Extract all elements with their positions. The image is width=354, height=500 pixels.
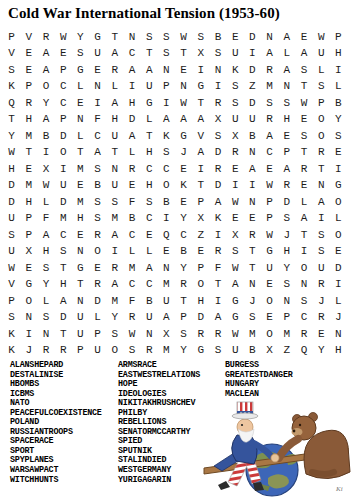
puzzle-title: Cold War International Tension (1953-60) (8, 5, 280, 22)
grid-cell: J (175, 145, 192, 162)
grid-cell: S (295, 128, 312, 145)
grid-cell: I (192, 161, 209, 178)
grid-cell: A (261, 46, 278, 63)
grid-cell: X (227, 227, 244, 244)
grid-cell: L (106, 79, 123, 96)
grid-cell: H (20, 112, 37, 129)
grid-cell: C (261, 145, 278, 162)
grid-cell: N (175, 79, 192, 96)
grid-cell: U (89, 46, 106, 63)
grid-cell: N (89, 79, 106, 96)
grid-cell: P (20, 227, 37, 244)
grid-cell: S (158, 29, 175, 46)
grid-cell: P (3, 293, 20, 310)
grid-cell: R (209, 244, 226, 261)
grid-cell: A (106, 227, 123, 244)
grid-cell: R (295, 326, 312, 343)
grid-cell: L (141, 112, 158, 129)
grid-cell: I (330, 277, 347, 294)
grid-cell: R (295, 161, 312, 178)
grid-cell: B (123, 211, 140, 228)
grid-cell: T (244, 260, 261, 277)
grid-cell: P (89, 326, 106, 343)
grid-cell: E (20, 161, 37, 178)
grid-cell: B (330, 95, 347, 112)
grid-cell: E (295, 112, 312, 129)
grid-cell: S (330, 128, 347, 145)
grid-cell: B (158, 194, 175, 211)
grid-cell: T (141, 46, 158, 63)
grid-cell: C (123, 227, 140, 244)
grid-cell: O (192, 277, 209, 294)
grid-cell: A (106, 46, 123, 63)
grid-cell: R (261, 62, 278, 79)
grid-cell: A (123, 62, 140, 79)
grid-cell: A (278, 62, 295, 79)
grid-cell: Z (192, 227, 209, 244)
grid-cell: N (72, 244, 89, 261)
grid-cell: E (175, 62, 192, 79)
grid-cell: C (55, 95, 72, 112)
word-search-page: Cold War International Tension (1953-60)… (0, 0, 354, 500)
grid-cell: A (295, 211, 312, 228)
grid-cell: E (313, 326, 330, 343)
grid-cell: I (209, 227, 226, 244)
grid-cell: F (89, 112, 106, 129)
grid-cell: V (3, 46, 20, 63)
grid-cell: S (278, 95, 295, 112)
grid-cell: I (295, 244, 312, 261)
grid-cell: H (3, 161, 20, 178)
grid-cell: C (89, 128, 106, 145)
grid-cell: A (158, 310, 175, 327)
grid-cell: P (192, 260, 209, 277)
grid-cell: M (20, 178, 37, 195)
grid-cell: L (37, 293, 54, 310)
grid-cell: S (3, 62, 20, 79)
grid-cell: S (141, 29, 158, 46)
grid-cell: H (141, 145, 158, 162)
grid-cell: S (141, 194, 158, 211)
grid-cell: N (20, 310, 37, 327)
grid-cell: Q (295, 343, 312, 360)
grid-cell: R (55, 343, 72, 360)
grid-cell: L (123, 145, 140, 162)
grid-cell: A (106, 95, 123, 112)
grid-cell: S (295, 62, 312, 79)
grid-cell: O (313, 128, 330, 145)
grid-cell: A (141, 260, 158, 277)
grid-cell: T (106, 29, 123, 46)
grid-cell: U (141, 79, 158, 96)
grid-cell: R (37, 29, 54, 46)
grid-cell: D (55, 128, 72, 145)
grid-cell: T (175, 293, 192, 310)
grid-cell: E (278, 128, 295, 145)
grid-cell: O (37, 79, 54, 96)
grid-cell: A (106, 277, 123, 294)
grid-cell: E (227, 29, 244, 46)
grid-cell: A (37, 227, 54, 244)
word-search-grid: PVRWYGTNSSWSBEDNAEWPVEAESUACTSTXSUIALAUH… (3, 29, 347, 359)
grid-cell: P (313, 95, 330, 112)
grid-cell: K (209, 211, 226, 228)
grid-cell: E (141, 227, 158, 244)
grid-cell: S (89, 211, 106, 228)
grid-cell: T (313, 161, 330, 178)
grid-cell: U (227, 343, 244, 360)
grid-cell: S (313, 227, 330, 244)
grid-cell: S (227, 95, 244, 112)
grid-cell: Y (175, 343, 192, 360)
word-list-column-1: ALANSHEPARDDESTALINISEHBOMBSICBMSNATOPEA… (10, 361, 102, 485)
grid-cell: H (192, 293, 209, 310)
grid-cell: S (209, 128, 226, 145)
grid-cell: R (89, 227, 106, 244)
grid-cell: L (330, 293, 347, 310)
grid-cell: H (37, 244, 54, 261)
grid-cell: R (192, 326, 209, 343)
grid-cell: E (20, 46, 37, 63)
grid-cell: S (72, 46, 89, 63)
grid-cell: S (192, 29, 209, 46)
grid-cell: U (72, 326, 89, 343)
grid-cell: T (192, 95, 209, 112)
grid-cell: H (141, 178, 158, 195)
grid-cell: P (278, 310, 295, 327)
grid-cell: G (20, 277, 37, 294)
grid-cell: H (106, 112, 123, 129)
grid-cell: U (3, 244, 20, 261)
grid-cell: T (295, 145, 312, 162)
grid-cell: J (20, 343, 37, 360)
grid-cell: C (55, 79, 72, 96)
grid-cell: P (175, 310, 192, 327)
grid-cell: W (227, 260, 244, 277)
grid-cell: T (295, 227, 312, 244)
grid-cell: H (278, 244, 295, 261)
grid-cell: D (55, 194, 72, 211)
grid-cell: I (158, 95, 175, 112)
grid-cell: V (192, 128, 209, 145)
grid-cell: F (209, 260, 226, 277)
grid-cell: E (244, 211, 261, 228)
grid-cell: N (158, 260, 175, 277)
word-list-column-2: ARMSRACEEASTWESTRELATIONSHOPEIDEOLOGIESN… (118, 361, 200, 485)
grid-cell: I (313, 211, 330, 228)
grid-cell: E (227, 161, 244, 178)
grid-cell: O (261, 326, 278, 343)
grid-cell: R (313, 277, 330, 294)
grid-cell: C (295, 310, 312, 327)
grid-cell: I (192, 62, 209, 79)
grid-cell: P (278, 145, 295, 162)
grid-cell: W (313, 29, 330, 46)
grid-cell: I (158, 211, 175, 228)
grid-cell: A (295, 46, 312, 63)
grid-cell: N (141, 326, 158, 343)
grid-cell: B (89, 178, 106, 195)
grid-cell: U (106, 128, 123, 145)
grid-cell: R (123, 310, 140, 327)
grid-cell: D (244, 29, 261, 46)
grid-cell: G (141, 95, 158, 112)
grid-cell: R (106, 260, 123, 277)
grid-cell: T (244, 244, 261, 261)
grid-cell: X (192, 211, 209, 228)
grid-cell: S (175, 326, 192, 343)
grid-cell: P (3, 29, 20, 46)
grid-cell: R (313, 310, 330, 327)
grid-cell: Y (313, 343, 330, 360)
grid-cell: B (244, 128, 261, 145)
grid-cell: E (175, 161, 192, 178)
grid-cell: G (227, 310, 244, 327)
grid-cell: R (244, 227, 261, 244)
grid-cell: I (227, 178, 244, 195)
grid-cell: S (89, 194, 106, 211)
grid-cell: E (330, 244, 347, 261)
grid-cell: E (123, 178, 140, 195)
grid-cell: J (313, 293, 330, 310)
grid-cell: R (89, 277, 106, 294)
grid-cell: U (227, 112, 244, 129)
grid-cell: R (106, 62, 123, 79)
grid-cell: S (278, 277, 295, 294)
grid-cell: G (192, 343, 209, 360)
grid-cell: T (55, 260, 72, 277)
grid-cell: B (209, 29, 226, 46)
grid-cell: C (141, 211, 158, 228)
grid-cell: U (141, 310, 158, 327)
grid-cell: T (3, 112, 20, 129)
grid-cell: L (37, 194, 54, 211)
grid-cell: W (261, 178, 278, 195)
grid-cell: S (37, 260, 54, 277)
grid-cell: L (313, 62, 330, 79)
grid-cell: X (192, 46, 209, 63)
grid-cell: O (330, 227, 347, 244)
grid-cell: H (330, 343, 347, 360)
grid-cell: I (330, 62, 347, 79)
grid-cell: B (37, 128, 54, 145)
grid-cell: G (72, 260, 89, 277)
grid-cell: S (37, 310, 54, 327)
grid-cell: L (330, 79, 347, 96)
grid-cell: T (192, 178, 209, 195)
grid-cell: Z (244, 79, 261, 96)
cartoon-uncle-sam-vs-bear-illustration: Ki (200, 398, 352, 498)
grid-cell: D (3, 178, 20, 195)
grid-cell: L (72, 128, 89, 145)
grid-cell: S (3, 227, 20, 244)
grid-cell: A (313, 194, 330, 211)
grid-cell: E (20, 62, 37, 79)
grid-cell: M (20, 128, 37, 145)
grid-cell: W (123, 326, 140, 343)
grid-cell: S (227, 79, 244, 96)
grid-cell: U (227, 46, 244, 63)
grid-cell: F (37, 211, 54, 228)
grid-cell: N (278, 293, 295, 310)
grid-cell: P (158, 79, 175, 96)
grid-cell: I (123, 79, 140, 96)
grid-cell: P (330, 29, 347, 46)
grid-cell: O (106, 343, 123, 360)
grid-cell: G (227, 293, 244, 310)
grid-cell: E (261, 310, 278, 327)
grid-cell: S (209, 343, 226, 360)
grid-cell: G (261, 244, 278, 261)
grid-cell: X (20, 244, 37, 261)
grid-cell: N (244, 194, 261, 211)
grid-cell: T (72, 145, 89, 162)
grid-cell: E (72, 227, 89, 244)
grid-cell: L (141, 244, 158, 261)
grid-cell: Y (330, 112, 347, 129)
grid-cell: U (3, 211, 20, 228)
grid-cell: P (20, 211, 37, 228)
grid-cell: N (106, 161, 123, 178)
grid-cell: A (209, 310, 226, 327)
grid-cell: M (278, 326, 295, 343)
grid-cell: Q (3, 95, 20, 112)
grid-cell: G (175, 128, 192, 145)
grid-cell: Y (175, 211, 192, 228)
grid-cell: Z (278, 343, 295, 360)
grid-cell: D (192, 310, 209, 327)
grid-cell: H (123, 95, 140, 112)
grid-cell: S (278, 211, 295, 228)
grid-cell: B (141, 293, 158, 310)
grid-cell: A (192, 112, 209, 129)
grid-cell: W (37, 178, 54, 195)
grid-cell: A (192, 145, 209, 162)
grid-cell: M (72, 161, 89, 178)
grid-cell: W (175, 29, 192, 46)
grid-cell: W (227, 326, 244, 343)
grid-cell: U (158, 293, 175, 310)
grid-cell: K (3, 79, 20, 96)
grid-cell: W (3, 145, 20, 162)
grid-cell: E (261, 277, 278, 294)
grid-cell: A (261, 128, 278, 145)
grid-cell: N (37, 326, 54, 343)
grid-cell: U (244, 112, 261, 129)
grid-cell: I (89, 95, 106, 112)
grid-cell: W (3, 260, 20, 277)
grid-cell: A (244, 161, 261, 178)
grid-cell: A (123, 128, 140, 145)
grid-cell: O (313, 112, 330, 129)
grid-cell: N (209, 62, 226, 79)
grid-cell: T (106, 145, 123, 162)
grid-cell: X (261, 343, 278, 360)
grid-cell: A (175, 112, 192, 129)
grid-cell: T (175, 46, 192, 63)
grid-cell: S (89, 161, 106, 178)
grid-cell: I (209, 293, 226, 310)
word-list-column-3: BURGESSGREATESTDANGERHUNGARYMACLEAN (225, 361, 293, 399)
grid-cell: U (89, 343, 106, 360)
grid-cell: R (123, 161, 140, 178)
grid-cell: N (278, 79, 295, 96)
grid-cell: A (141, 62, 158, 79)
grid-cell: Y (72, 29, 89, 46)
grid-cell: E (227, 211, 244, 228)
grid-cell: H (55, 277, 72, 294)
grid-cell: L (89, 310, 106, 327)
grid-cell: N (158, 62, 175, 79)
grid-cell: T (295, 79, 312, 96)
grid-cell: Y (37, 277, 54, 294)
grid-cell: R (141, 343, 158, 360)
grid-cell: I (20, 326, 37, 343)
grid-cell: N (123, 29, 140, 46)
grid-cell: S (313, 244, 330, 261)
grid-cell: K (3, 326, 20, 343)
grid-cell: G (89, 29, 106, 46)
grid-cell: A (209, 194, 226, 211)
grid-cell: R (261, 112, 278, 129)
grid-cell: T (55, 326, 72, 343)
grid-cell: D (89, 293, 106, 310)
grid-cell: E (72, 95, 89, 112)
grid-cell: E (89, 260, 106, 277)
grid-cell: C (175, 227, 192, 244)
grid-cell: A (37, 46, 54, 63)
grid-cell: K (158, 128, 175, 145)
grid-cell: I (106, 244, 123, 261)
grid-cell: G (330, 178, 347, 195)
grid-cell: M (158, 343, 175, 360)
grid-cell: O (158, 178, 175, 195)
grid-cell: T (72, 277, 89, 294)
grid-cell: T (141, 128, 158, 145)
grid-cell: Y (3, 128, 20, 145)
grid-cell: I (55, 161, 72, 178)
grid-cell: X (37, 161, 54, 178)
grid-cell: R (278, 178, 295, 195)
grid-cell: S (158, 46, 175, 63)
grid-cell: J (244, 293, 261, 310)
grid-cell: N (295, 277, 312, 294)
grid-cell: R (209, 95, 226, 112)
grid-cell: D (3, 194, 20, 211)
grid-cell: G (72, 62, 89, 79)
grid-cell: I (244, 46, 261, 63)
grid-cell: B (244, 343, 261, 360)
grid-cell: E (175, 194, 192, 211)
grid-cell: X (227, 128, 244, 145)
grid-cell: L (278, 46, 295, 63)
grid-cell: D (244, 95, 261, 112)
grid-cell: E (330, 145, 347, 162)
word-list-item: WITCHHUNTS (10, 476, 102, 486)
grid-cell: K (227, 62, 244, 79)
grid-cell: U (106, 178, 123, 195)
grid-cell: O (295, 260, 312, 277)
grid-cell: U (55, 178, 72, 195)
grid-cell: U (261, 260, 278, 277)
grid-cell: P (261, 194, 278, 211)
grid-cell: O (261, 293, 278, 310)
grid-cell: M (106, 211, 123, 228)
grid-cell: W (227, 194, 244, 211)
grid-cell: U (313, 46, 330, 63)
grid-cell: S (123, 343, 140, 360)
grid-cell: S (295, 293, 312, 310)
